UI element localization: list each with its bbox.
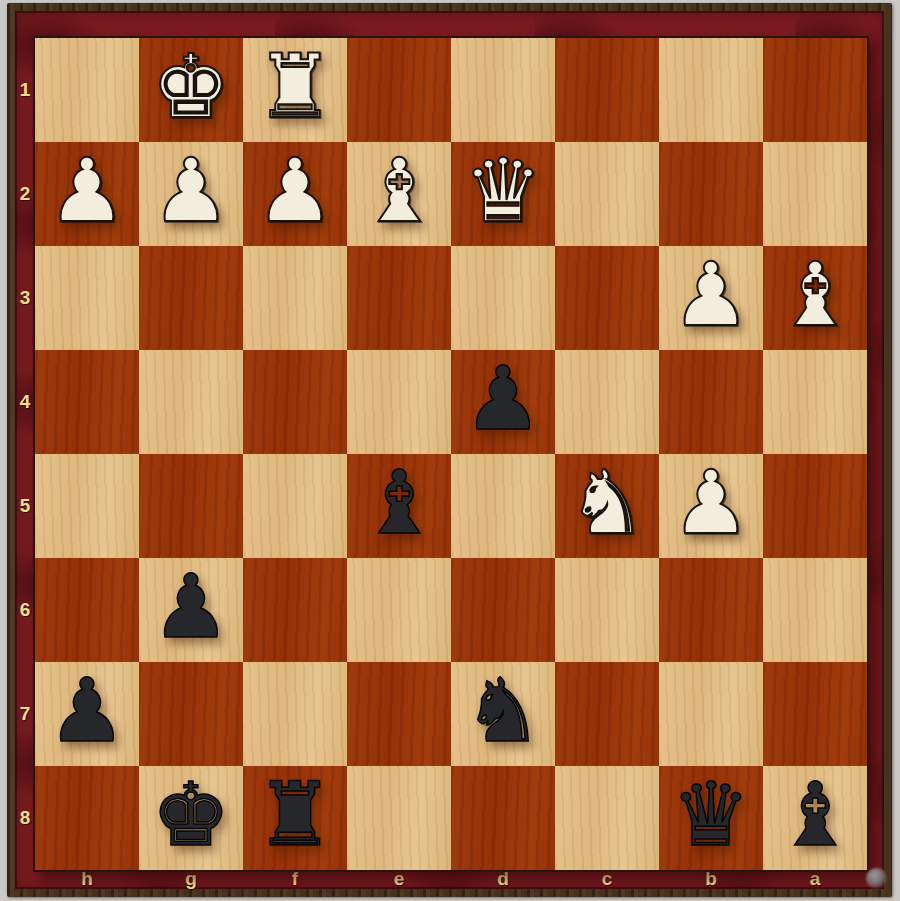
square-a4[interactable] <box>763 350 867 454</box>
square-a1[interactable] <box>763 38 867 142</box>
rank-label-3: 3 <box>20 287 31 309</box>
square-d4[interactable]: ♟ <box>451 350 555 454</box>
piece-wP-b3[interactable]: ♟ <box>672 251 751 339</box>
piece-wB-e2[interactable]: ♝ <box>360 147 439 235</box>
square-h4[interactable] <box>35 350 139 454</box>
file-label-a: a <box>810 868 821 890</box>
square-g3[interactable] <box>139 246 243 350</box>
square-g4[interactable] <box>139 350 243 454</box>
square-e4[interactable] <box>347 350 451 454</box>
square-c2[interactable] <box>555 142 659 246</box>
square-b5[interactable]: ♟ <box>659 454 763 558</box>
square-h1[interactable] <box>35 38 139 142</box>
piece-wK-g1[interactable]: ♚ <box>152 43 231 131</box>
piece-bP-g6[interactable]: ♟ <box>152 563 231 651</box>
square-c8[interactable] <box>555 766 659 870</box>
piece-bR-f8[interactable]: ♜ <box>256 771 335 859</box>
square-f8[interactable]: ♜ <box>243 766 347 870</box>
square-e8[interactable] <box>347 766 451 870</box>
board-squares: ♚♜♟♟♟♝♛♟♝♟♝♞♟♟♟♞♚♜♛♝ <box>35 38 867 870</box>
square-e3[interactable] <box>347 246 451 350</box>
piece-bK-g8[interactable]: ♚ <box>152 771 231 859</box>
square-c7[interactable] <box>555 662 659 766</box>
square-c6[interactable] <box>555 558 659 662</box>
square-c5[interactable]: ♞ <box>555 454 659 558</box>
square-e5[interactable]: ♝ <box>347 454 451 558</box>
piece-bP-h7[interactable]: ♟ <box>48 667 127 755</box>
square-a3[interactable]: ♝ <box>763 246 867 350</box>
square-h2[interactable]: ♟ <box>35 142 139 246</box>
corner-watermark-dot <box>866 868 887 889</box>
square-h8[interactable] <box>35 766 139 870</box>
square-g8[interactable]: ♚ <box>139 766 243 870</box>
square-a6[interactable] <box>763 558 867 662</box>
square-g7[interactable] <box>139 662 243 766</box>
square-d3[interactable] <box>451 246 555 350</box>
square-b8[interactable]: ♛ <box>659 766 763 870</box>
square-a7[interactable] <box>763 662 867 766</box>
square-e6[interactable] <box>347 558 451 662</box>
rank-label-7: 7 <box>20 703 31 725</box>
square-c1[interactable] <box>555 38 659 142</box>
file-label-b: b <box>705 868 717 890</box>
square-b2[interactable] <box>659 142 763 246</box>
rank-label-6: 6 <box>20 599 31 621</box>
square-d5[interactable] <box>451 454 555 558</box>
file-label-h: h <box>81 868 93 890</box>
piece-bB-e5[interactable]: ♝ <box>360 459 439 547</box>
piece-wP-b5[interactable]: ♟ <box>672 459 751 547</box>
square-e2[interactable]: ♝ <box>347 142 451 246</box>
square-g2[interactable]: ♟ <box>139 142 243 246</box>
square-b1[interactable] <box>659 38 763 142</box>
square-a2[interactable] <box>763 142 867 246</box>
file-label-d: d <box>497 868 509 890</box>
piece-wN-c5[interactable]: ♞ <box>568 459 647 547</box>
square-f5[interactable] <box>243 454 347 558</box>
piece-bB-a8[interactable]: ♝ <box>776 771 855 859</box>
square-c3[interactable] <box>555 246 659 350</box>
square-b4[interactable] <box>659 350 763 454</box>
square-h6[interactable] <box>35 558 139 662</box>
square-b3[interactable]: ♟ <box>659 246 763 350</box>
square-f1[interactable]: ♜ <box>243 38 347 142</box>
square-g1[interactable]: ♚ <box>139 38 243 142</box>
rank-label-1: 1 <box>20 79 31 101</box>
file-label-f: f <box>292 868 298 890</box>
rank-label-2: 2 <box>20 183 31 205</box>
square-f6[interactable] <box>243 558 347 662</box>
square-h7[interactable]: ♟ <box>35 662 139 766</box>
square-b7[interactable] <box>659 662 763 766</box>
file-label-c: c <box>602 868 613 890</box>
square-d1[interactable] <box>451 38 555 142</box>
piece-bQ-b8[interactable]: ♛ <box>672 771 751 859</box>
square-c4[interactable] <box>555 350 659 454</box>
square-f7[interactable] <box>243 662 347 766</box>
square-d8[interactable] <box>451 766 555 870</box>
piece-wP-g2[interactable]: ♟ <box>152 147 231 235</box>
rank-label-4: 4 <box>20 391 31 413</box>
square-g6[interactable]: ♟ <box>139 558 243 662</box>
square-a8[interactable]: ♝ <box>763 766 867 870</box>
rank-label-8: 8 <box>20 807 31 829</box>
square-b6[interactable] <box>659 558 763 662</box>
square-e7[interactable] <box>347 662 451 766</box>
square-g5[interactable] <box>139 454 243 558</box>
square-h5[interactable] <box>35 454 139 558</box>
square-f4[interactable] <box>243 350 347 454</box>
file-label-g: g <box>185 868 197 890</box>
square-d6[interactable] <box>451 558 555 662</box>
file-label-e: e <box>394 868 405 890</box>
piece-wR-f1[interactable]: ♜ <box>256 43 335 131</box>
piece-wP-h2[interactable]: ♟ <box>48 147 127 235</box>
square-f2[interactable]: ♟ <box>243 142 347 246</box>
square-d2[interactable]: ♛ <box>451 142 555 246</box>
piece-wB-a3[interactable]: ♝ <box>776 251 855 339</box>
piece-bN-d7[interactable]: ♞ <box>464 667 543 755</box>
square-h3[interactable] <box>35 246 139 350</box>
piece-wQ-d2[interactable]: ♛ <box>464 147 543 235</box>
rank-labels: 12345678 <box>15 38 35 870</box>
square-f3[interactable] <box>243 246 347 350</box>
square-a5[interactable] <box>763 454 867 558</box>
square-e1[interactable] <box>347 38 451 142</box>
piece-bP-d4[interactable]: ♟ <box>464 355 543 443</box>
square-d7[interactable]: ♞ <box>451 662 555 766</box>
rank-label-5: 5 <box>20 495 31 517</box>
piece-wP-f2[interactable]: ♟ <box>256 147 335 235</box>
